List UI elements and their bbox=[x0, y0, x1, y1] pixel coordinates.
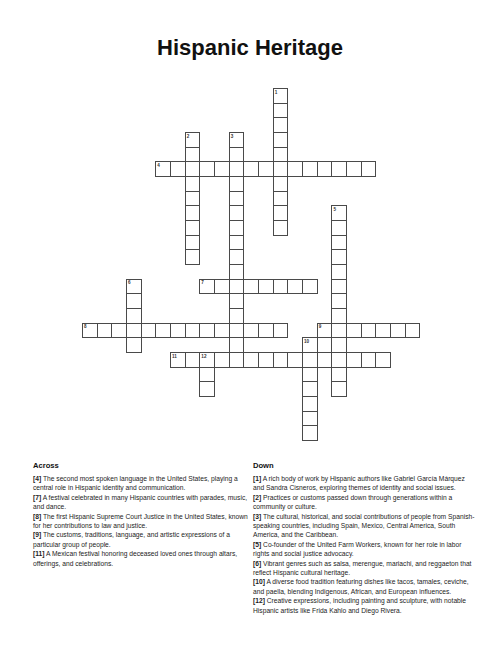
puzzle-title: Hispanic Heritage bbox=[0, 35, 500, 61]
grid-cell[interactable] bbox=[243, 279, 259, 295]
grid-cell[interactable] bbox=[331, 352, 347, 368]
grid-cell[interactable] bbox=[126, 337, 142, 353]
clue-number: 5 bbox=[333, 207, 336, 212]
grid-cell[interactable]: 5 bbox=[331, 205, 347, 221]
grid-cell[interactable]: 9 bbox=[317, 323, 333, 339]
grid-cell[interactable] bbox=[331, 323, 347, 339]
grid-cell[interactable] bbox=[229, 191, 245, 207]
clue-number: 10 bbox=[304, 339, 309, 344]
clue-number: 8 bbox=[84, 324, 87, 329]
grid-cell[interactable] bbox=[185, 220, 201, 236]
grid-cell[interactable] bbox=[273, 279, 289, 295]
clue-item-across-11: [11] A Mexican festival honoring decease… bbox=[33, 549, 251, 568]
grid-cell[interactable] bbox=[185, 191, 201, 207]
grid-cell[interactable] bbox=[258, 323, 274, 339]
grid-cell[interactable] bbox=[199, 381, 215, 397]
grid-cell[interactable] bbox=[185, 147, 201, 163]
grid-cell[interactable] bbox=[331, 264, 347, 280]
grid-cell[interactable] bbox=[361, 323, 377, 339]
grid-cell[interactable] bbox=[258, 161, 274, 177]
grid-cell[interactable] bbox=[126, 293, 142, 309]
clue-item-across-4: [4] The second most spoken language in t… bbox=[33, 474, 251, 493]
grid-cell[interactable] bbox=[170, 161, 186, 177]
clue-item-down-5: [5] Co-founder of the United Farm Worker… bbox=[253, 540, 477, 559]
grid-cell[interactable] bbox=[361, 161, 377, 177]
grid-cell[interactable] bbox=[214, 279, 230, 295]
grid-cell[interactable]: 12 bbox=[199, 352, 215, 368]
clue-item-down-12: [12] Creative expressions, including pai… bbox=[253, 596, 477, 615]
grid-cell[interactable] bbox=[331, 249, 347, 265]
clue-item-down-10: [10] A diverse food tradition featuring … bbox=[253, 577, 477, 596]
grid-cell[interactable] bbox=[126, 323, 142, 339]
grid-cell[interactable] bbox=[229, 161, 245, 177]
across-clue-list: [4] The second most spoken language in t… bbox=[33, 474, 251, 568]
grid-cell[interactable]: 6 bbox=[126, 279, 142, 295]
grid-cell[interactable] bbox=[229, 337, 245, 353]
grid-cell[interactable] bbox=[273, 176, 289, 192]
grid-cell[interactable] bbox=[273, 220, 289, 236]
grid-cell[interactable] bbox=[331, 220, 347, 236]
across-header: Across bbox=[33, 461, 251, 470]
grid-cell[interactable] bbox=[229, 264, 245, 280]
grid-cell[interactable] bbox=[243, 323, 259, 339]
grid-cell[interactable] bbox=[331, 367, 347, 383]
grid-cell[interactable]: 10 bbox=[302, 337, 318, 353]
grid-cell[interactable] bbox=[97, 323, 113, 339]
grid-cell[interactable] bbox=[229, 352, 245, 368]
page: Hispanic Heritage 123456789101112 Across… bbox=[0, 0, 500, 647]
down-clues-section: Down [1] A rich body of work by Hispanic… bbox=[253, 461, 477, 615]
grid-cell[interactable]: 1 bbox=[273, 88, 289, 104]
clue-item-down-2: [2] Practices or customs passed down thr… bbox=[253, 493, 477, 512]
grid-cell[interactable] bbox=[273, 205, 289, 221]
grid-cell[interactable] bbox=[317, 161, 333, 177]
grid-cell[interactable] bbox=[405, 323, 421, 339]
grid-cell[interactable] bbox=[346, 352, 362, 368]
clue-number: 4 bbox=[157, 163, 160, 168]
grid-cell[interactable] bbox=[317, 352, 333, 368]
across-clues-section: Across [4] The second most spoken langua… bbox=[33, 461, 251, 568]
grid-cell[interactable] bbox=[331, 161, 347, 177]
down-header: Down bbox=[253, 461, 477, 470]
grid-cell[interactable] bbox=[331, 308, 347, 324]
grid-cell[interactable] bbox=[243, 161, 259, 177]
grid-cell[interactable] bbox=[214, 323, 230, 339]
grid-cell[interactable] bbox=[331, 279, 347, 295]
clue-item-across-9: [9] The customs, traditions, language, a… bbox=[33, 530, 251, 549]
grid-cell[interactable]: 4 bbox=[155, 161, 171, 177]
clue-item-across-8: [8] The first Hispanic Supreme Court Jus… bbox=[33, 512, 251, 531]
grid-cell[interactable] bbox=[229, 279, 245, 295]
grid-cell[interactable] bbox=[302, 411, 318, 427]
grid-cell[interactable] bbox=[155, 323, 171, 339]
grid-cell[interactable] bbox=[375, 352, 391, 368]
clue-number: 1 bbox=[275, 90, 278, 95]
grid-cell[interactable] bbox=[273, 161, 289, 177]
grid-cell[interactable] bbox=[273, 191, 289, 207]
grid-cell[interactable] bbox=[214, 352, 230, 368]
grid-cell[interactable] bbox=[331, 235, 347, 251]
clue-number: 2 bbox=[187, 134, 190, 139]
grid-cell[interactable] bbox=[243, 352, 259, 368]
grid-cell[interactable] bbox=[214, 161, 230, 177]
clue-number: 12 bbox=[201, 354, 206, 359]
grid-cell[interactable] bbox=[111, 323, 127, 339]
grid-cell[interactable]: 7 bbox=[199, 279, 215, 295]
grid-cell[interactable] bbox=[185, 176, 201, 192]
grid-cell[interactable] bbox=[258, 279, 274, 295]
grid-cell[interactable] bbox=[287, 161, 303, 177]
grid-cell[interactable] bbox=[185, 235, 201, 251]
grid-cell[interactable] bbox=[229, 249, 245, 265]
grid-cell[interactable] bbox=[375, 323, 391, 339]
grid-cell[interactable] bbox=[229, 323, 245, 339]
clue-item-down-3: [3] The cultural, historical, and social… bbox=[253, 512, 477, 540]
grid-cell[interactable] bbox=[229, 205, 245, 221]
grid-cell[interactable] bbox=[229, 147, 245, 163]
down-clue-list: [1] A rich body of work by Hispanic auth… bbox=[253, 474, 477, 615]
clue-number: 3 bbox=[231, 134, 234, 139]
grid-cell[interactable] bbox=[302, 352, 318, 368]
grid-cell[interactable] bbox=[273, 117, 289, 133]
grid-cell[interactable] bbox=[331, 337, 347, 353]
clue-number: 6 bbox=[128, 280, 131, 285]
grid-cell[interactable] bbox=[229, 176, 245, 192]
grid-cell[interactable] bbox=[346, 161, 362, 177]
grid-cell[interactable] bbox=[199, 367, 215, 383]
grid-cell[interactable]: 11 bbox=[170, 352, 186, 368]
clue-number: 11 bbox=[172, 354, 177, 359]
clue-item-down-1: [1] A rich body of work by Hispanic auth… bbox=[253, 474, 477, 493]
grid-cell[interactable] bbox=[302, 367, 318, 383]
grid-cell[interactable] bbox=[185, 249, 201, 265]
grid-cell[interactable] bbox=[273, 103, 289, 119]
grid-cell[interactable] bbox=[199, 323, 215, 339]
grid-cell[interactable] bbox=[185, 205, 201, 221]
grid-cell[interactable] bbox=[185, 323, 201, 339]
grid-cell[interactable] bbox=[229, 308, 245, 324]
grid-cell[interactable]: 2 bbox=[185, 132, 201, 148]
grid-cell[interactable] bbox=[229, 235, 245, 251]
grid-cell[interactable] bbox=[361, 352, 377, 368]
grid-cell[interactable] bbox=[331, 381, 347, 397]
grid-cell[interactable] bbox=[170, 323, 186, 339]
grid-cell[interactable] bbox=[273, 147, 289, 163]
grid-cell[interactable] bbox=[229, 293, 245, 309]
grid-cell[interactable] bbox=[273, 132, 289, 148]
clue-number: 7 bbox=[201, 280, 204, 285]
grid-cell[interactable] bbox=[390, 323, 406, 339]
grid-cell[interactable] bbox=[302, 396, 318, 412]
clue-number: 9 bbox=[319, 324, 322, 329]
grid-cell[interactable] bbox=[199, 161, 215, 177]
grid-cell[interactable] bbox=[346, 323, 362, 339]
grid-cell[interactable]: 3 bbox=[229, 132, 245, 148]
clue-item-across-7: [7] A festival celebrated in many Hispan… bbox=[33, 493, 251, 512]
grid-cell[interactable] bbox=[302, 161, 318, 177]
grid-cell[interactable] bbox=[185, 161, 201, 177]
grid-cell[interactable] bbox=[258, 352, 274, 368]
grid-cell[interactable] bbox=[185, 352, 201, 368]
grid-cell[interactable] bbox=[302, 425, 318, 441]
grid-cell[interactable] bbox=[273, 352, 289, 368]
grid-cell[interactable] bbox=[287, 352, 303, 368]
grid-cell[interactable] bbox=[302, 279, 318, 295]
grid-cell[interactable] bbox=[302, 381, 318, 397]
grid-cell[interactable] bbox=[229, 220, 245, 236]
grid-cell[interactable] bbox=[126, 308, 142, 324]
clue-item-down-6: [6] Vibrant genres such as salsa, mereng… bbox=[253, 559, 477, 578]
grid-cell[interactable]: 8 bbox=[82, 323, 98, 339]
grid-cell[interactable] bbox=[273, 323, 289, 339]
grid-cell[interactable] bbox=[331, 293, 347, 309]
grid-cell[interactable] bbox=[141, 323, 157, 339]
grid-cell[interactable] bbox=[287, 279, 303, 295]
